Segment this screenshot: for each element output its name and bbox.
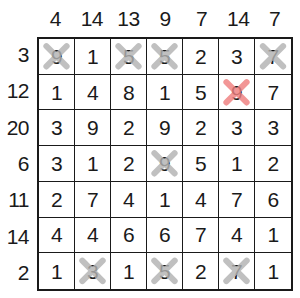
cell-r6c3[interactable]: 6	[111, 218, 147, 254]
cell-value: 3	[267, 117, 278, 138]
cell-r6c5[interactable]: 7	[183, 218, 219, 254]
col-target-7: 7	[256, 0, 293, 37]
cell-value: 9	[231, 82, 242, 103]
cell-r6c2[interactable]: 4	[75, 218, 111, 254]
cell-r4c7[interactable]: 2	[255, 146, 291, 182]
cell-value: 9	[159, 117, 170, 138]
cell-r2c7[interactable]: 7	[255, 75, 291, 111]
cell-r4c4[interactable]: 9	[147, 146, 183, 182]
cell-r3c2[interactable]: 9	[75, 110, 111, 146]
cell-r7c4[interactable]: 5	[147, 253, 183, 289]
cell-value: 5	[123, 46, 134, 67]
cell-value: 3	[51, 117, 62, 138]
cell-r6c1[interactable]: 4	[39, 218, 75, 254]
cell-r3c4[interactable]: 9	[147, 110, 183, 146]
col-target-4: 9	[147, 0, 184, 37]
cell-r2c1[interactable]: 1	[39, 75, 75, 111]
cell-r1c3[interactable]: 5	[111, 39, 147, 75]
cell-value: 7	[231, 189, 242, 210]
cell-r3c1[interactable]: 3	[39, 110, 75, 146]
cell-r6c7[interactable]: 1	[255, 218, 291, 254]
cell-value: 1	[159, 189, 170, 210]
cell-value: 2	[195, 117, 206, 138]
cell-value: 3	[51, 153, 62, 174]
row-target-2: 12	[0, 73, 37, 109]
cell-value: 6	[267, 189, 278, 210]
cell-r3c7[interactable]: 3	[255, 110, 291, 146]
cell-r7c7[interactable]: 1	[255, 253, 291, 289]
cell-r6c6[interactable]: 4	[219, 218, 255, 254]
cell-value: 9	[159, 153, 170, 174]
column-targets: 4141397147	[37, 0, 293, 37]
row-targets: 31220611142	[0, 37, 37, 291]
cell-r7c3[interactable]: 1	[111, 253, 147, 289]
cell-r5c3[interactable]: 4	[111, 182, 147, 218]
cell-value: 7	[231, 261, 242, 282]
cell-value: 4	[87, 82, 98, 103]
cell-value: 1	[267, 261, 278, 282]
cell-r4c6[interactable]: 1	[219, 146, 255, 182]
cell-value: 5	[159, 261, 170, 282]
row-target-3: 20	[0, 110, 37, 146]
cell-value: 3	[231, 46, 242, 67]
row-target-5: 11	[0, 182, 37, 218]
col-target-3: 13	[110, 0, 147, 37]
cell-r1c7[interactable]: 7	[255, 39, 291, 75]
col-target-2: 14	[74, 0, 111, 37]
cell-r7c6[interactable]: 7	[219, 253, 255, 289]
cell-value: 7	[195, 224, 206, 245]
row-target-1: 3	[0, 37, 37, 73]
cell-r7c2[interactable]: 3	[75, 253, 111, 289]
cell-r7c1[interactable]: 1	[39, 253, 75, 289]
row-target-7: 2	[0, 255, 37, 291]
cell-r2c6[interactable]: 9	[219, 75, 255, 111]
cell-value: 6	[159, 224, 170, 245]
cell-r3c6[interactable]: 3	[219, 110, 255, 146]
cell-r5c1[interactable]: 2	[39, 182, 75, 218]
cell-value: 1	[51, 261, 62, 282]
cell-value: 1	[159, 82, 170, 103]
row-target-6: 14	[0, 218, 37, 254]
cell-value: 1	[87, 46, 98, 67]
cell-r4c3[interactable]: 2	[111, 146, 147, 182]
cell-value: 1	[267, 224, 278, 245]
cell-value: 6	[123, 224, 134, 245]
col-target-6: 14	[220, 0, 257, 37]
cell-r5c2[interactable]: 7	[75, 182, 111, 218]
cell-value: 9	[87, 117, 98, 138]
cell-r1c5[interactable]: 2	[183, 39, 219, 75]
cell-r1c4[interactable]: 5	[147, 39, 183, 75]
cell-value: 1	[123, 261, 134, 282]
cell-value: 3	[231, 117, 242, 138]
cell-value: 2	[123, 117, 134, 138]
cell-value: 2	[51, 189, 62, 210]
cell-value: 7	[87, 189, 98, 210]
cell-value: 4	[123, 189, 134, 210]
cell-value: 8	[123, 82, 134, 103]
grid: 9155237148159739292333129512274147644667…	[37, 37, 293, 291]
puzzle-board: 4141397147 31220611142 91552371481597392…	[0, 0, 300, 298]
cell-value: 2	[195, 261, 206, 282]
cell-value: 4	[87, 224, 98, 245]
corner-spacer	[0, 0, 37, 37]
row-target-4: 6	[0, 146, 37, 182]
cell-r1c2[interactable]: 1	[75, 39, 111, 75]
cell-r3c5[interactable]: 2	[183, 110, 219, 146]
cell-value: 3	[87, 261, 98, 282]
cell-value: 1	[87, 153, 98, 174]
cell-r2c4[interactable]: 1	[147, 75, 183, 111]
cell-value: 2	[123, 153, 134, 174]
cell-r5c6[interactable]: 7	[219, 182, 255, 218]
cell-value: 5	[195, 82, 206, 103]
cell-value: 2	[267, 153, 278, 174]
cell-value: 4	[231, 224, 242, 245]
cell-r6c4[interactable]: 6	[147, 218, 183, 254]
cell-r4c1[interactable]: 3	[39, 146, 75, 182]
col-target-5: 7	[183, 0, 220, 37]
cell-r5c5[interactable]: 4	[183, 182, 219, 218]
cell-r2c2[interactable]: 4	[75, 75, 111, 111]
cell-value: 7	[267, 82, 278, 103]
cell-value: 1	[51, 82, 62, 103]
col-target-1: 4	[37, 0, 74, 37]
cell-value: 5	[195, 153, 206, 174]
cell-r4c2[interactable]: 1	[75, 146, 111, 182]
cell-value: 7	[267, 46, 278, 67]
cell-r2c5[interactable]: 5	[183, 75, 219, 111]
cell-value: 1	[231, 153, 242, 174]
cell-value: 2	[195, 46, 206, 67]
cell-r3c3[interactable]: 2	[111, 110, 147, 146]
cell-r2c3[interactable]: 8	[111, 75, 147, 111]
cell-r7c5[interactable]: 2	[183, 253, 219, 289]
cell-r1c6[interactable]: 3	[219, 39, 255, 75]
cell-value: 9	[51, 46, 62, 67]
cell-value: 5	[159, 46, 170, 67]
cell-r1c1[interactable]: 9	[39, 39, 75, 75]
cell-value: 4	[51, 224, 62, 245]
cell-value: 4	[195, 189, 206, 210]
cell-r5c4[interactable]: 1	[147, 182, 183, 218]
cell-r5c7[interactable]: 6	[255, 182, 291, 218]
cell-r4c5[interactable]: 5	[183, 146, 219, 182]
